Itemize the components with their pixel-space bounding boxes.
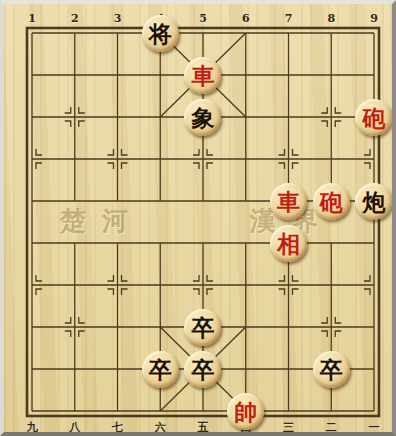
red-chariot[interactable]: 車 <box>184 57 221 94</box>
red-king[interactable]: 帥 <box>227 393 264 430</box>
black-soldier[interactable]: 卒 <box>184 351 221 388</box>
black-cannon-glyph: 炮 <box>362 190 385 213</box>
xiangqi-board-window: 楚河 漢界 123456789九八七六五四三二一 将車象砲車砲炮相卒卒卒卒帥 <box>0 0 396 436</box>
black-elephant[interactable]: 象 <box>184 99 221 136</box>
red-chariot-glyph: 車 <box>277 190 300 213</box>
red-cannon[interactable]: 砲 <box>313 183 350 220</box>
black-cannon[interactable]: 炮 <box>355 183 392 220</box>
black-soldier-glyph: 卒 <box>191 358 214 381</box>
black-soldier[interactable]: 卒 <box>184 309 221 346</box>
red-cannon[interactable]: 砲 <box>355 99 392 136</box>
red-chariot-glyph: 車 <box>191 64 214 87</box>
black-elephant-glyph: 象 <box>191 106 214 129</box>
red-king-glyph: 帥 <box>234 400 257 423</box>
black-soldier[interactable]: 卒 <box>142 351 179 388</box>
red-elephant-glyph: 相 <box>277 232 300 255</box>
board[interactable]: 将車象砲車砲炮相卒卒卒卒帥 <box>11 12 396 432</box>
red-elephant[interactable]: 相 <box>270 225 307 262</box>
black-soldier-glyph: 卒 <box>320 358 343 381</box>
black-general[interactable]: 将 <box>142 15 179 52</box>
red-cannon-glyph: 砲 <box>320 190 343 213</box>
black-soldier-glyph: 卒 <box>191 316 214 339</box>
black-soldier[interactable]: 卒 <box>313 351 350 388</box>
black-soldier-glyph: 卒 <box>149 358 172 381</box>
red-cannon-glyph: 砲 <box>362 106 385 129</box>
black-general-glyph: 将 <box>149 22 172 45</box>
red-chariot[interactable]: 車 <box>270 183 307 220</box>
